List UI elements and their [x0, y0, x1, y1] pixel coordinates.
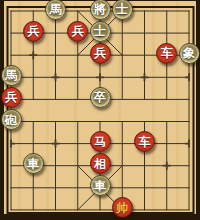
- red-chariot-2[interactable]: 车: [134, 131, 155, 152]
- red-soldier-1[interactable]: 兵: [23, 21, 44, 42]
- black-cannon-1[interactable]: 砲: [1, 109, 22, 130]
- red-horse-1[interactable]: 马: [90, 131, 111, 152]
- black-advisor-1[interactable]: 士: [112, 0, 133, 20]
- red-soldier-3[interactable]: 兵: [90, 43, 111, 64]
- black-chariot-1[interactable]: 車: [23, 153, 44, 174]
- red-general[interactable]: 帅: [112, 197, 133, 218]
- red-elephant-1[interactable]: 相: [90, 153, 111, 174]
- black-general[interactable]: 將: [90, 0, 111, 20]
- black-soldier-1[interactable]: 卒: [90, 87, 111, 108]
- black-advisor-2[interactable]: 士: [90, 21, 111, 42]
- xiangqi-board[interactable]: 馬將士兵兵士兵车象馬兵卒砲马车車相車帅: [0, 0, 200, 220]
- red-chariot-1[interactable]: 车: [156, 43, 177, 64]
- black-elephant-1[interactable]: 象: [179, 43, 200, 64]
- black-horse-1[interactable]: 馬: [45, 0, 66, 20]
- black-horse-2[interactable]: 馬: [1, 65, 22, 86]
- red-soldier-4[interactable]: 兵: [1, 87, 22, 108]
- black-chariot-2[interactable]: 車: [90, 175, 111, 196]
- red-soldier-2[interactable]: 兵: [67, 21, 88, 42]
